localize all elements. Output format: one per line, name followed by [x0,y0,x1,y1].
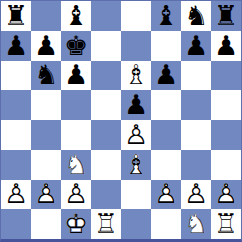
square-a1[interactable] [1,209,31,239]
piece-fill: ♟ [61,61,91,91]
piece-outline: ♙ [151,180,181,210]
square-e3[interactable]: ♝♗ [121,150,151,180]
piece-fill: ♟ [151,61,181,91]
piece-outline: ♙ [61,180,91,210]
piece-outline: ♘ [61,150,91,180]
piece-outline: ♖ [211,209,241,239]
square-f3[interactable] [151,150,181,180]
piece-fill: ♜ [1,1,31,31]
white-king-c1[interactable]: ♚♔ [61,209,91,239]
square-e5[interactable]: ♟ [121,90,151,120]
square-b6[interactable]: ♞ [31,61,61,91]
white-rook-h1[interactable]: ♜♖ [211,209,241,239]
square-b7[interactable]: ♟ [31,31,61,61]
black-pawn-g7[interactable]: ♟ [181,31,211,61]
square-g7[interactable]: ♟ [181,31,211,61]
square-e6[interactable]: ♝♗ [121,61,151,91]
square-g5[interactable] [181,90,211,120]
square-d5[interactable] [91,90,121,120]
white-rook-d1[interactable]: ♜♖ [91,209,121,239]
white-knight-c3[interactable]: ♞♘ [61,150,91,180]
white-pawn-h2[interactable]: ♟♙ [211,180,241,210]
square-c2[interactable]: ♟♙ [61,180,91,210]
white-pawn-a2[interactable]: ♟♙ [1,180,31,210]
square-a2[interactable]: ♟♙ [1,180,31,210]
black-king-c7[interactable]: ♚ [61,31,91,61]
piece-fill: ♝ [151,1,181,31]
square-c5[interactable] [61,90,91,120]
square-d7[interactable] [91,31,121,61]
square-a8[interactable]: ♜ [1,1,31,31]
black-pawn-f6[interactable]: ♟ [151,61,181,91]
square-e2[interactable] [121,180,151,210]
piece-fill: ♟ [211,31,241,61]
piece-fill: ♞ [181,1,211,31]
black-pawn-c6[interactable]: ♟ [61,61,91,91]
piece-fill: ♚ [61,31,91,61]
white-pawn-g2[interactable]: ♟♙ [181,180,211,210]
square-a7[interactable]: ♟ [1,31,31,61]
piece-outline: ♔ [61,209,91,239]
square-a5[interactable] [1,90,31,120]
square-b3[interactable] [31,150,61,180]
square-g1[interactable]: ♞♘ [181,209,211,239]
piece-outline: ♙ [211,180,241,210]
square-e8[interactable] [121,1,151,31]
square-c8[interactable]: ♝ [61,1,91,31]
square-d8[interactable] [91,1,121,31]
piece-outline: ♙ [121,120,151,150]
square-f1[interactable] [151,209,181,239]
piece-outline: ♗ [121,61,151,91]
black-rook-h8[interactable]: ♜ [211,1,241,31]
piece-fill: ♝ [61,1,91,31]
square-h4[interactable] [211,120,241,150]
square-f8[interactable]: ♝ [151,1,181,31]
square-a3[interactable] [1,150,31,180]
black-pawn-e5[interactable]: ♟ [121,90,151,120]
square-f6[interactable]: ♟ [151,61,181,91]
square-a4[interactable] [1,120,31,150]
chess-board: ♜♝♝♞♜♟♟♚♟♟♞♟♝♗♟♟♟♙♞♘♝♗♟♙♟♙♟♙♟♙♟♙♟♙♚♔♜♖♞♘… [0,0,242,242]
square-h1[interactable]: ♜♖ [211,209,241,239]
square-g8[interactable]: ♞ [181,1,211,31]
white-bishop-e3[interactable]: ♝♗ [121,150,151,180]
piece-outline: ♖ [91,209,121,239]
white-pawn-b2[interactable]: ♟♙ [31,180,61,210]
white-pawn-f2[interactable]: ♟♙ [151,180,181,210]
white-bishop-e6[interactable]: ♝♗ [121,61,151,91]
piece-fill: ♜ [211,1,241,31]
square-d3[interactable] [91,150,121,180]
square-h7[interactable]: ♟ [211,31,241,61]
square-e4[interactable]: ♟♙ [121,120,151,150]
black-bishop-f8[interactable]: ♝ [151,1,181,31]
piece-fill: ♟ [31,31,61,61]
square-b1[interactable] [31,209,61,239]
square-f4[interactable] [151,120,181,150]
square-f2[interactable]: ♟♙ [151,180,181,210]
square-h8[interactable]: ♜ [211,1,241,31]
square-h2[interactable]: ♟♙ [211,180,241,210]
square-e1[interactable] [121,209,151,239]
square-g6[interactable] [181,61,211,91]
black-rook-a8[interactable]: ♜ [1,1,31,31]
piece-fill: ♟ [181,31,211,61]
piece-outline: ♙ [31,180,61,210]
white-pawn-e4[interactable]: ♟♙ [121,120,151,150]
square-e7[interactable] [121,31,151,61]
square-f5[interactable] [151,90,181,120]
piece-outline: ♙ [181,180,211,210]
square-b4[interactable] [31,120,61,150]
black-knight-b6[interactable]: ♞ [31,61,61,91]
white-knight-g1[interactable]: ♞♘ [181,209,211,239]
piece-outline: ♗ [121,150,151,180]
square-c3[interactable]: ♞♘ [61,150,91,180]
square-a6[interactable] [1,61,31,91]
piece-fill: ♟ [121,90,151,120]
black-pawn-b7[interactable]: ♟ [31,31,61,61]
square-f7[interactable] [151,31,181,61]
square-c6[interactable]: ♟ [61,61,91,91]
square-d4[interactable] [91,120,121,150]
square-c7[interactable]: ♚ [61,31,91,61]
square-b5[interactable] [31,90,61,120]
piece-outline: ♘ [181,209,211,239]
square-g4[interactable] [181,120,211,150]
piece-fill: ♞ [31,61,61,91]
square-g2[interactable]: ♟♙ [181,180,211,210]
square-h5[interactable] [211,90,241,120]
square-b2[interactable]: ♟♙ [31,180,61,210]
square-c1[interactable]: ♚♔ [61,209,91,239]
square-d2[interactable] [91,180,121,210]
square-h6[interactable] [211,61,241,91]
square-d1[interactable]: ♜♖ [91,209,121,239]
square-d6[interactable] [91,61,121,91]
piece-fill: ♟ [1,31,31,61]
piece-outline: ♙ [1,180,31,210]
square-h3[interactable] [211,150,241,180]
black-bishop-c8[interactable]: ♝ [61,1,91,31]
black-knight-g8[interactable]: ♞ [181,1,211,31]
white-pawn-c2[interactable]: ♟♙ [61,180,91,210]
square-g3[interactable] [181,150,211,180]
black-pawn-a7[interactable]: ♟ [1,31,31,61]
square-b8[interactable] [31,1,61,31]
square-c4[interactable] [61,120,91,150]
black-pawn-h7[interactable]: ♟ [211,31,241,61]
